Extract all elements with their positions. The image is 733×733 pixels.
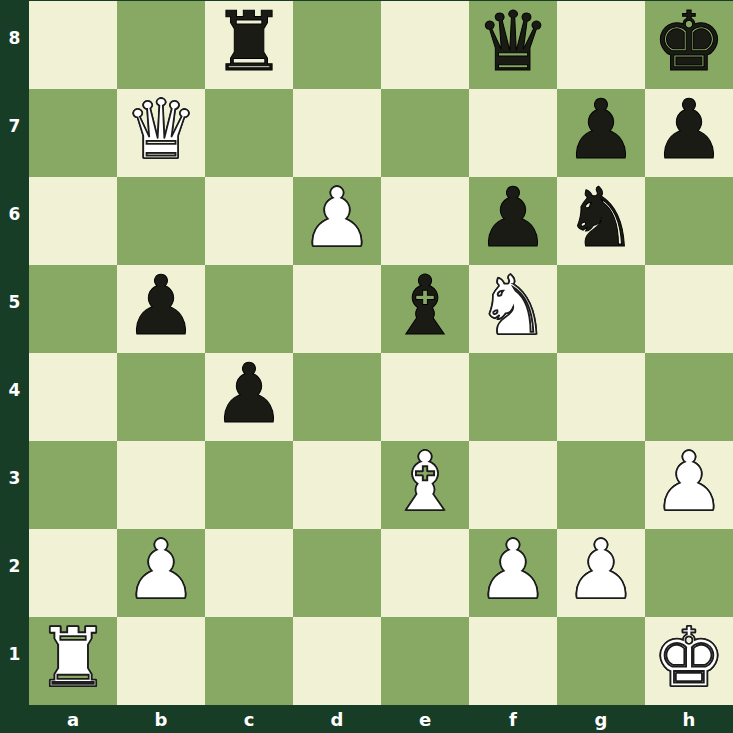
chess-board: ♜♛♚♛♟♟♟♟♞♟♝♞♟♝♟♟♟♟♜♚ bbox=[29, 1, 733, 705]
file-coordinates: abcdefgh bbox=[29, 705, 733, 733]
square-f4[interactable] bbox=[469, 353, 557, 441]
file-label-d: d bbox=[293, 705, 381, 733]
square-b6[interactable] bbox=[117, 177, 205, 265]
square-d6[interactable]: ♟ bbox=[293, 177, 381, 265]
square-f8[interactable]: ♛ bbox=[469, 1, 557, 89]
square-h5[interactable] bbox=[645, 265, 733, 353]
piece-black-pawn[interactable]: ♟ bbox=[564, 89, 638, 171]
square-a7[interactable] bbox=[29, 89, 117, 177]
square-h8[interactable]: ♚ bbox=[645, 1, 733, 89]
square-a4[interactable] bbox=[29, 353, 117, 441]
rank-label-6: 6 bbox=[0, 177, 29, 265]
square-f5[interactable]: ♞ bbox=[469, 265, 557, 353]
square-g1[interactable] bbox=[557, 617, 645, 705]
piece-black-pawn[interactable]: ♟ bbox=[212, 353, 286, 435]
piece-black-rook[interactable]: ♜ bbox=[212, 1, 286, 83]
square-f3[interactable] bbox=[469, 441, 557, 529]
square-a3[interactable] bbox=[29, 441, 117, 529]
rank-label-4: 4 bbox=[0, 353, 29, 441]
file-label-a: a bbox=[29, 705, 117, 733]
rank-label-1: 1 bbox=[0, 617, 29, 705]
square-f7[interactable] bbox=[469, 89, 557, 177]
square-f1[interactable] bbox=[469, 617, 557, 705]
chess-board-frame: 87654321 ♜♛♚♛♟♟♟♟♞♟♝♞♟♝♟♟♟♟♜♚ abcdefgh bbox=[0, 0, 733, 733]
square-a1[interactable]: ♜ bbox=[29, 617, 117, 705]
rank-label-7: 7 bbox=[0, 89, 29, 177]
piece-white-king[interactable]: ♚ bbox=[652, 617, 726, 699]
rank-label-5: 5 bbox=[0, 265, 29, 353]
piece-black-bishop[interactable]: ♝ bbox=[388, 265, 462, 347]
square-c7[interactable] bbox=[205, 89, 293, 177]
square-g4[interactable] bbox=[557, 353, 645, 441]
piece-black-king[interactable]: ♚ bbox=[652, 1, 726, 83]
piece-black-pawn[interactable]: ♟ bbox=[476, 177, 550, 259]
square-f2[interactable]: ♟ bbox=[469, 529, 557, 617]
file-label-g: g bbox=[557, 705, 645, 733]
square-d1[interactable] bbox=[293, 617, 381, 705]
square-h2[interactable] bbox=[645, 529, 733, 617]
piece-white-knight[interactable]: ♞ bbox=[476, 265, 550, 347]
square-d8[interactable] bbox=[293, 1, 381, 89]
piece-white-queen[interactable]: ♛ bbox=[124, 89, 198, 171]
file-label-h: h bbox=[645, 705, 733, 733]
square-a2[interactable] bbox=[29, 529, 117, 617]
square-g8[interactable] bbox=[557, 1, 645, 89]
file-label-e: e bbox=[381, 705, 469, 733]
square-a8[interactable] bbox=[29, 1, 117, 89]
square-e2[interactable] bbox=[381, 529, 469, 617]
square-e6[interactable] bbox=[381, 177, 469, 265]
square-d4[interactable] bbox=[293, 353, 381, 441]
piece-black-pawn[interactable]: ♟ bbox=[652, 89, 726, 171]
piece-black-pawn[interactable]: ♟ bbox=[124, 265, 198, 347]
square-b8[interactable] bbox=[117, 1, 205, 89]
square-e4[interactable] bbox=[381, 353, 469, 441]
square-e8[interactable] bbox=[381, 1, 469, 89]
square-g3[interactable] bbox=[557, 441, 645, 529]
square-b2[interactable]: ♟ bbox=[117, 529, 205, 617]
square-c8[interactable]: ♜ bbox=[205, 1, 293, 89]
square-c5[interactable] bbox=[205, 265, 293, 353]
square-b1[interactable] bbox=[117, 617, 205, 705]
square-g7[interactable]: ♟ bbox=[557, 89, 645, 177]
file-label-c: c bbox=[205, 705, 293, 733]
square-e5[interactable]: ♝ bbox=[381, 265, 469, 353]
square-f6[interactable]: ♟ bbox=[469, 177, 557, 265]
square-e3[interactable]: ♝ bbox=[381, 441, 469, 529]
square-b3[interactable] bbox=[117, 441, 205, 529]
square-b7[interactable]: ♛ bbox=[117, 89, 205, 177]
square-d7[interactable] bbox=[293, 89, 381, 177]
piece-white-pawn[interactable]: ♟ bbox=[124, 529, 198, 611]
square-d2[interactable] bbox=[293, 529, 381, 617]
square-c4[interactable]: ♟ bbox=[205, 353, 293, 441]
piece-white-rook[interactable]: ♜ bbox=[36, 617, 110, 699]
square-c1[interactable] bbox=[205, 617, 293, 705]
square-g5[interactable] bbox=[557, 265, 645, 353]
square-d3[interactable] bbox=[293, 441, 381, 529]
square-c2[interactable] bbox=[205, 529, 293, 617]
piece-black-queen[interactable]: ♛ bbox=[476, 1, 550, 83]
square-b4[interactable] bbox=[117, 353, 205, 441]
square-h6[interactable] bbox=[645, 177, 733, 265]
square-h1[interactable]: ♚ bbox=[645, 617, 733, 705]
square-g2[interactable]: ♟ bbox=[557, 529, 645, 617]
square-d5[interactable] bbox=[293, 265, 381, 353]
square-h3[interactable]: ♟ bbox=[645, 441, 733, 529]
rank-label-3: 3 bbox=[0, 441, 29, 529]
square-a6[interactable] bbox=[29, 177, 117, 265]
square-a5[interactable] bbox=[29, 265, 117, 353]
square-g6[interactable]: ♞ bbox=[557, 177, 645, 265]
piece-black-knight[interactable]: ♞ bbox=[564, 177, 638, 259]
square-e7[interactable] bbox=[381, 89, 469, 177]
square-h7[interactable]: ♟ bbox=[645, 89, 733, 177]
piece-white-bishop[interactable]: ♝ bbox=[388, 441, 462, 523]
file-label-b: b bbox=[117, 705, 205, 733]
piece-white-pawn[interactable]: ♟ bbox=[300, 177, 374, 259]
piece-white-pawn[interactable]: ♟ bbox=[564, 529, 638, 611]
rank-label-8: 8 bbox=[0, 1, 29, 89]
square-c6[interactable] bbox=[205, 177, 293, 265]
file-label-f: f bbox=[469, 705, 557, 733]
rank-label-2: 2 bbox=[0, 529, 29, 617]
piece-white-pawn[interactable]: ♟ bbox=[652, 441, 726, 523]
square-e1[interactable] bbox=[381, 617, 469, 705]
square-b5[interactable]: ♟ bbox=[117, 265, 205, 353]
square-c3[interactable] bbox=[205, 441, 293, 529]
piece-white-pawn[interactable]: ♟ bbox=[476, 529, 550, 611]
rank-coordinates: 87654321 bbox=[0, 1, 29, 705]
square-h4[interactable] bbox=[645, 353, 733, 441]
